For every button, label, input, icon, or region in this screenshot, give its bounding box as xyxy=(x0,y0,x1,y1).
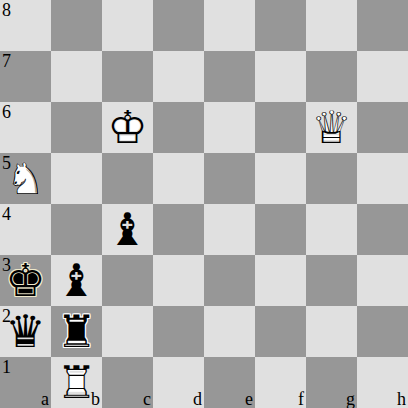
square-f6[interactable] xyxy=(255,102,306,153)
square-h6[interactable] xyxy=(357,102,408,153)
piece-black-king-a3[interactable]: ♚ xyxy=(0,255,51,306)
file-label-e: e xyxy=(245,390,253,408)
square-e2[interactable] xyxy=(204,306,255,357)
piece-black-bishop-c4[interactable]: ♝ xyxy=(102,204,153,255)
square-b6[interactable] xyxy=(51,102,102,153)
square-c7[interactable] xyxy=(102,51,153,102)
square-a2[interactable]: 2♛ xyxy=(0,306,51,357)
square-g8[interactable] xyxy=(306,0,357,51)
square-c3[interactable] xyxy=(102,255,153,306)
square-a7[interactable]: 7 xyxy=(0,51,51,102)
piece-black-queen-a2[interactable]: ♛ xyxy=(0,306,51,357)
square-b2[interactable]: ♜ xyxy=(51,306,102,357)
piece-black-rook-b2[interactable]: ♜ xyxy=(51,306,102,357)
square-e6[interactable] xyxy=(204,102,255,153)
piece-black-bishop-b3[interactable]: ♝ xyxy=(51,255,102,306)
square-f4[interactable] xyxy=(255,204,306,255)
square-g3[interactable] xyxy=(306,255,357,306)
square-c6[interactable]: ♚♔ xyxy=(102,102,153,153)
piece-white-rook-b1[interactable]: ♖ xyxy=(51,357,102,408)
square-b8[interactable] xyxy=(51,0,102,51)
square-c2[interactable] xyxy=(102,306,153,357)
square-b7[interactable] xyxy=(51,51,102,102)
square-c1[interactable]: c xyxy=(102,357,153,408)
square-h4[interactable] xyxy=(357,204,408,255)
square-f7[interactable] xyxy=(255,51,306,102)
square-d1[interactable]: d xyxy=(153,357,204,408)
square-a6[interactable]: 6 xyxy=(0,102,51,153)
square-f8[interactable] xyxy=(255,0,306,51)
square-d4[interactable] xyxy=(153,204,204,255)
square-d3[interactable] xyxy=(153,255,204,306)
square-e7[interactable] xyxy=(204,51,255,102)
chess-board: 876♚♔♛♕5♞♘4♝3♚♝2♛♜1ab♜♖cdefgh xyxy=(0,0,408,408)
rank-label-6: 6 xyxy=(2,103,11,121)
square-a8[interactable]: 8 xyxy=(0,0,51,51)
square-b1[interactable]: b♜♖ xyxy=(51,357,102,408)
file-label-a: a xyxy=(41,390,49,408)
square-h5[interactable] xyxy=(357,153,408,204)
piece-white-king-c6[interactable]: ♔ xyxy=(102,102,153,153)
square-a5[interactable]: 5♞♘ xyxy=(0,153,51,204)
piece-white-queen-g6[interactable]: ♕ xyxy=(306,102,357,153)
file-label-c: c xyxy=(143,390,151,408)
square-h8[interactable] xyxy=(357,0,408,51)
square-h3[interactable] xyxy=(357,255,408,306)
square-d7[interactable] xyxy=(153,51,204,102)
square-c8[interactable] xyxy=(102,0,153,51)
rank-label-1: 1 xyxy=(2,358,11,376)
square-e4[interactable] xyxy=(204,204,255,255)
rank-label-8: 8 xyxy=(2,1,11,19)
square-d2[interactable] xyxy=(153,306,204,357)
square-b4[interactable] xyxy=(51,204,102,255)
piece-white-knight-a5[interactable]: ♘ xyxy=(0,153,51,204)
square-g6[interactable]: ♛♕ xyxy=(306,102,357,153)
square-f3[interactable] xyxy=(255,255,306,306)
square-b5[interactable] xyxy=(51,153,102,204)
rank-label-4: 4 xyxy=(2,205,11,223)
square-e3[interactable] xyxy=(204,255,255,306)
file-label-f: f xyxy=(298,390,304,408)
square-h2[interactable] xyxy=(357,306,408,357)
square-a4[interactable]: 4 xyxy=(0,204,51,255)
square-h7[interactable] xyxy=(357,51,408,102)
square-g1[interactable]: g xyxy=(306,357,357,408)
file-label-g: g xyxy=(346,390,355,408)
file-label-h: h xyxy=(397,390,406,408)
file-label-d: d xyxy=(193,390,202,408)
square-a1[interactable]: 1a xyxy=(0,357,51,408)
square-c4[interactable]: ♝ xyxy=(102,204,153,255)
square-f2[interactable] xyxy=(255,306,306,357)
square-e8[interactable] xyxy=(204,0,255,51)
rank-label-7: 7 xyxy=(2,52,11,70)
square-g4[interactable] xyxy=(306,204,357,255)
square-c5[interactable] xyxy=(102,153,153,204)
square-d6[interactable] xyxy=(153,102,204,153)
square-e1[interactable]: e xyxy=(204,357,255,408)
square-g5[interactable] xyxy=(306,153,357,204)
square-g2[interactable] xyxy=(306,306,357,357)
square-b3[interactable]: ♝ xyxy=(51,255,102,306)
square-h1[interactable]: h xyxy=(357,357,408,408)
square-f5[interactable] xyxy=(255,153,306,204)
square-a3[interactable]: 3♚ xyxy=(0,255,51,306)
square-e5[interactable] xyxy=(204,153,255,204)
square-d8[interactable] xyxy=(153,0,204,51)
square-g7[interactable] xyxy=(306,51,357,102)
square-f1[interactable]: f xyxy=(255,357,306,408)
square-d5[interactable] xyxy=(153,153,204,204)
